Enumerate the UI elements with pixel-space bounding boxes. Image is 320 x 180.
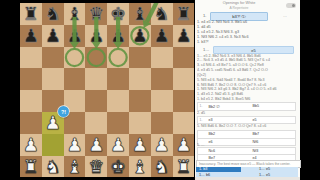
opening-book-lines: 1… e5 2. Bb2 Nc6 3. e3 Nf6 4. Bb5 Bd62… … [197, 54, 297, 102]
piece-white-pawn[interactable]: ♟ [173, 134, 195, 156]
piece-black-rook[interactable]: ♜ [173, 3, 195, 25]
square-f2[interactable]: ♟ [129, 134, 151, 156]
square-e4[interactable] [107, 90, 129, 112]
square-b2[interactable] [42, 134, 64, 156]
move-cell[interactable]: e5 [253, 118, 296, 122]
square-b6[interactable] [42, 47, 64, 69]
panel-header: Openings for White A Repertoire [195, 1, 283, 10]
square-b1[interactable]: ♞ [42, 156, 64, 178]
piece-black-bishop[interactable]: ♝ [129, 3, 151, 25]
square-d7[interactable]: ♟ [85, 25, 107, 47]
square-c1[interactable]: ♝ [64, 156, 86, 178]
square-e6[interactable] [107, 47, 129, 69]
square-h7[interactable]: ♟ [173, 25, 195, 47]
selected-move-cell[interactable]: 1. b3 [196, 167, 241, 172]
reply-move-number: 1… [203, 47, 209, 52]
square-b7[interactable]: ♟ [42, 25, 64, 47]
analysis-panel: Openings for White A Repertoire 1. b3?! … [195, 0, 300, 180]
alternative-first-moves: 1. e4 e5 2. Nf3 Nc6 3. Bb5 a61. d4 d51. … [197, 20, 297, 45]
piece-white-pawn[interactable]: ♟ [64, 134, 86, 156]
square-a1[interactable]: ♜ [20, 156, 42, 178]
piece-white-pawn[interactable]: ♟ [129, 134, 151, 156]
square-b8[interactable]: ♞ [42, 3, 64, 25]
piece-white-bishop[interactable]: ♝ [64, 156, 86, 178]
square-e2[interactable]: ♟ [107, 134, 129, 156]
inaccuracy-badge: ?! [58, 106, 69, 117]
square-d1[interactable]: ♛ [85, 156, 107, 178]
square-e7[interactable]: ♟ [107, 25, 129, 47]
square-f3[interactable] [129, 112, 151, 134]
piece-black-pawn[interactable]: ♟ [173, 25, 195, 47]
square-b5[interactable] [42, 68, 64, 90]
square-g3[interactable] [151, 112, 173, 134]
square-e8[interactable]: ♚ [107, 3, 129, 25]
move-pair-row[interactable]: Bb2Bb7 [197, 130, 296, 139]
square-h2[interactable]: ♟ [173, 134, 195, 156]
piece-black-pawn[interactable]: ♟ [129, 25, 151, 47]
square-g8[interactable]: ♞ [151, 3, 173, 25]
panel-footer [195, 177, 300, 180]
square-d2[interactable]: ♟ [85, 134, 107, 156]
piece-white-king[interactable]: ♚ [107, 156, 129, 178]
piece-white-rook[interactable]: ♜ [20, 156, 42, 178]
piece-white-pawn[interactable]: ♟ [107, 134, 129, 156]
chess-board[interactable]: ♜♞♝♛♚♝♞♜♟♟♟♟♟♟♟♟♟♟♟♟♟♟♟♟♜♞♝♛♚♝♞♜ ?! [20, 3, 194, 177]
square-f7[interactable]: ♟ [129, 25, 151, 47]
square-d4[interactable] [85, 90, 107, 112]
square-h1[interactable]: ♜ [173, 156, 195, 178]
square-f5[interactable] [129, 68, 151, 90]
piece-black-knight[interactable]: ♞ [42, 3, 64, 25]
move-number: 1. [203, 13, 206, 18]
piece-white-pawn[interactable]: ♟ [151, 134, 173, 156]
square-e3[interactable] [107, 112, 129, 134]
piece-white-pawn[interactable]: ♟ [20, 134, 42, 156]
toggle-knob-icon [292, 4, 296, 8]
square-h3[interactable] [173, 112, 195, 134]
square-a7[interactable]: ♟ [20, 25, 42, 47]
move-pair-table-a: 1.Bb2 ⓘBb5 [197, 102, 296, 111]
square-g4[interactable] [151, 90, 173, 112]
piece-black-queen[interactable]: ♛ [85, 3, 107, 25]
square-g6[interactable] [151, 47, 173, 69]
square-a8[interactable]: ♜ [20, 3, 42, 25]
square-f8[interactable]: ♝ [129, 3, 151, 25]
opening-line[interactable]: 1. b3?! [197, 40, 297, 45]
move-cell[interactable]: Nc6 [209, 149, 253, 153]
square-g5[interactable] [151, 68, 173, 90]
piece-black-pawn[interactable]: ♟ [42, 25, 64, 47]
square-d6[interactable] [85, 47, 107, 69]
square-d8[interactable]: ♛ [85, 3, 107, 25]
piece-black-bishop[interactable]: ♝ [64, 3, 86, 25]
piece-white-rook[interactable]: ♜ [173, 156, 195, 178]
square-h6[interactable] [173, 47, 195, 69]
square-c2[interactable]: ♟ [64, 134, 86, 156]
square-h5[interactable] [173, 68, 195, 90]
square-f4[interactable] [129, 90, 151, 112]
piece-black-pawn[interactable]: ♟ [64, 25, 86, 47]
move-cell[interactable]: Bb2 [209, 132, 253, 136]
square-d5[interactable] [85, 68, 107, 90]
move-cell[interactable]: Bb7 [253, 132, 296, 136]
piece-white-queen[interactable]: ♛ [85, 156, 107, 178]
black-reply-row: 1… e5 [195, 46, 300, 53]
square-a3[interactable] [20, 112, 42, 134]
current-move-row: 1. b3?! ⓘ … [195, 12, 300, 20]
square-g2[interactable]: ♟ [151, 134, 173, 156]
move-cell[interactable]: e3 [209, 118, 253, 122]
square-g7[interactable]: ♟ [151, 25, 173, 47]
move-cell[interactable]: Nf3 [253, 149, 296, 153]
square-a6[interactable] [20, 47, 42, 69]
square-a2[interactable]: ♟ [20, 134, 42, 156]
square-c6[interactable] [64, 47, 86, 69]
piece-white-knight[interactable]: ♞ [151, 156, 173, 178]
piece-black-pawn[interactable]: ♟ [151, 25, 173, 47]
square-a5[interactable] [20, 68, 42, 90]
square-g1[interactable]: ♞ [151, 156, 173, 178]
piece-white-knight[interactable]: ♞ [42, 156, 64, 178]
piece-black-rook[interactable]: ♜ [20, 3, 42, 25]
square-f1[interactable]: ♝ [129, 156, 151, 178]
square-f6[interactable] [129, 47, 151, 69]
book-line[interactable]: 2. d5 [197, 111, 297, 115]
move-cell[interactable]: Bb2 ⓘ [209, 104, 253, 109]
board-squares[interactable]: ♜♞♝♛♚♝♞♜♟♟♟♟♟♟♟♟♟♟♟♟♟♟♟♟♜♞♝♛♚♝♞♜ [20, 3, 194, 177]
square-e5[interactable] [107, 68, 129, 90]
square-a4[interactable] [20, 90, 42, 112]
square-c8[interactable]: ♝ [64, 3, 86, 25]
piece-white-bishop[interactable]: ♝ [129, 156, 151, 178]
square-c5[interactable] [64, 68, 86, 90]
book-line[interactable]: 5. Nf3 Bd6 6. Be2 O-O 7. O-O Qe7 8. c4 c… [197, 124, 297, 128]
square-c7[interactable]: ♟ [64, 25, 86, 47]
square-h4[interactable] [173, 90, 195, 112]
move-cell[interactable]: 1… e5 [241, 167, 298, 172]
piece-black-pawn[interactable]: ♟ [20, 25, 42, 47]
square-e1[interactable]: ♚ [107, 156, 129, 178]
move-cell[interactable]: Bb5 [253, 104, 296, 108]
piece-black-knight[interactable]: ♞ [151, 3, 173, 25]
square-d3[interactable] [85, 112, 107, 134]
piece-black-pawn[interactable]: ♟ [107, 25, 129, 47]
move-pair-row[interactable]: 1.Bb2 ⓘBb5 [197, 102, 296, 111]
piece-white-pawn[interactable]: ♟ [85, 134, 107, 156]
move-cell[interactable]: 1. [198, 118, 209, 122]
square-h8[interactable]: ♜ [173, 3, 195, 25]
panel-subtitle: A Repertoire [195, 6, 283, 10]
panel-toggle[interactable] [286, 3, 296, 8]
piece-black-pawn[interactable]: ♟ [85, 25, 107, 47]
move-pair-row[interactable]: Nc6Nf3 [197, 147, 296, 156]
move-row-ellipsis: … [283, 13, 287, 18]
piece-black-king[interactable]: ♚ [107, 3, 129, 25]
move-cell[interactable]: 1. [198, 104, 209, 108]
bottom-move-row[interactable]: 1. b31… e5 [196, 167, 298, 172]
